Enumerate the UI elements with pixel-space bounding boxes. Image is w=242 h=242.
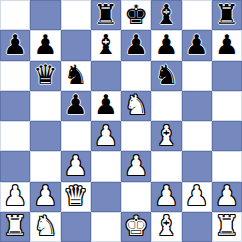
white-pawn-icon: ♟ [215, 182, 239, 209]
square-b1[interactable]: ♞ [30, 212, 60, 242]
square-f8[interactable]: ♝ [151, 0, 181, 30]
square-d4[interactable]: ♟ [91, 121, 121, 151]
square-a1[interactable]: ♜ [0, 212, 30, 242]
square-f3[interactable] [151, 151, 181, 181]
square-a2[interactable]: ♟ [0, 182, 30, 212]
square-d5[interactable]: ♟ [91, 91, 121, 121]
white-pawn-icon: ♟ [154, 182, 178, 209]
black-pawn-icon: ♟ [124, 31, 148, 58]
square-f1[interactable]: ♝ [151, 212, 181, 242]
square-a5[interactable] [0, 91, 30, 121]
square-a3[interactable] [0, 151, 30, 181]
square-h6[interactable] [212, 61, 242, 91]
black-pawn-icon: ♟ [33, 31, 57, 58]
square-c8[interactable] [61, 0, 91, 30]
square-h5[interactable] [212, 91, 242, 121]
square-h3[interactable] [212, 151, 242, 181]
black-pawn-icon: ♟ [185, 31, 209, 58]
black-pawn-icon: ♟ [3, 31, 27, 58]
square-c2[interactable]: ♛ [61, 182, 91, 212]
white-rook-icon: ♜ [3, 212, 27, 239]
square-c1[interactable] [61, 212, 91, 242]
square-h7[interactable]: ♟ [212, 30, 242, 60]
black-queen-icon: ♛ [33, 61, 57, 88]
black-rook-icon: ♜ [94, 1, 118, 28]
black-knight-icon: ♞ [64, 61, 88, 88]
square-h2[interactable]: ♟ [212, 182, 242, 212]
square-b2[interactable]: ♟ [30, 182, 60, 212]
square-d6[interactable] [91, 61, 121, 91]
square-g5[interactable] [182, 91, 212, 121]
square-a4[interactable] [0, 121, 30, 151]
black-pawn-icon: ♟ [64, 91, 88, 118]
square-a7[interactable]: ♟ [0, 30, 30, 60]
square-g7[interactable]: ♟ [182, 30, 212, 60]
square-a6[interactable] [0, 61, 30, 91]
square-h1[interactable]: ♜ [212, 212, 242, 242]
square-f4[interactable]: ♝ [151, 121, 181, 151]
black-bishop-icon: ♝ [94, 31, 118, 58]
square-g1[interactable] [182, 212, 212, 242]
square-d1[interactable] [91, 212, 121, 242]
white-pawn-icon: ♟ [3, 182, 27, 209]
square-d2[interactable] [91, 182, 121, 212]
white-bishop-icon: ♝ [154, 122, 178, 149]
square-d7[interactable]: ♝ [91, 30, 121, 60]
square-f6[interactable]: ♞ [151, 61, 181, 91]
black-pawn-icon: ♟ [94, 91, 118, 118]
square-g2[interactable]: ♟ [182, 182, 212, 212]
black-rook-icon: ♜ [215, 1, 239, 28]
square-b7[interactable]: ♟ [30, 30, 60, 60]
square-g8[interactable] [182, 0, 212, 30]
square-c6[interactable]: ♞ [61, 61, 91, 91]
square-c3[interactable]: ♟ [61, 151, 91, 181]
square-b5[interactable] [30, 91, 60, 121]
square-f7[interactable]: ♟ [151, 30, 181, 60]
black-pawn-icon: ♟ [215, 31, 239, 58]
square-d3[interactable] [91, 151, 121, 181]
square-e8[interactable]: ♚ [121, 0, 151, 30]
square-a8[interactable] [0, 0, 30, 30]
square-b3[interactable] [30, 151, 60, 181]
square-g3[interactable] [182, 151, 212, 181]
black-pawn-icon: ♟ [154, 31, 178, 58]
black-bishop-icon: ♝ [154, 1, 178, 28]
square-f2[interactable]: ♟ [151, 182, 181, 212]
square-c5[interactable]: ♟ [61, 91, 91, 121]
square-f5[interactable] [151, 91, 181, 121]
white-pawn-icon: ♟ [64, 152, 88, 179]
square-e3[interactable]: ♟ [121, 151, 151, 181]
square-g4[interactable] [182, 121, 212, 151]
square-e2[interactable] [121, 182, 151, 212]
square-b8[interactable] [30, 0, 60, 30]
square-e4[interactable] [121, 121, 151, 151]
square-e5[interactable]: ♞ [121, 91, 151, 121]
square-e6[interactable] [121, 61, 151, 91]
white-pawn-icon: ♟ [185, 182, 209, 209]
square-b4[interactable] [30, 121, 60, 151]
square-b6[interactable]: ♛ [30, 61, 60, 91]
white-bishop-icon: ♝ [154, 212, 178, 239]
black-knight-icon: ♞ [154, 61, 178, 88]
square-h8[interactable]: ♜ [212, 0, 242, 30]
white-knight-icon: ♞ [33, 212, 57, 239]
black-king-icon: ♚ [124, 1, 148, 28]
square-c7[interactable] [61, 30, 91, 60]
white-knight-icon: ♞ [124, 91, 148, 118]
white-rook-icon: ♜ [215, 212, 239, 239]
white-pawn-icon: ♟ [33, 182, 57, 209]
square-g6[interactable] [182, 61, 212, 91]
white-queen-icon: ♛ [64, 182, 88, 209]
square-h4[interactable] [212, 121, 242, 151]
square-c4[interactable] [61, 121, 91, 151]
square-e1[interactable]: ♚ [121, 212, 151, 242]
square-d8[interactable]: ♜ [91, 0, 121, 30]
white-pawn-icon: ♟ [94, 122, 118, 149]
chess-board: ♜♚♝♜♟♟♝♟♟♟♟♛♞♞♟♟♞♟♝♟♟♟♟♛♟♟♟♜♞♚♝♜ [0, 0, 242, 242]
white-king-icon: ♚ [124, 212, 148, 239]
square-e7[interactable]: ♟ [121, 30, 151, 60]
white-pawn-icon: ♟ [124, 152, 148, 179]
